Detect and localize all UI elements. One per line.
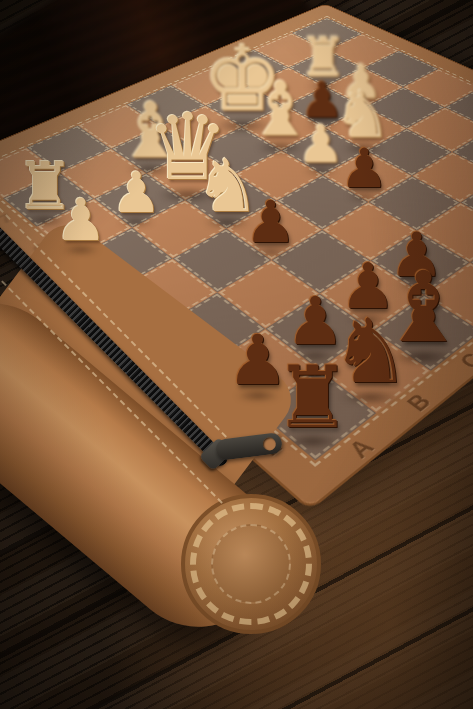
file-label-C: C	[454, 349, 473, 373]
file-label-A: A	[343, 434, 380, 463]
file-label-B: B	[401, 389, 437, 416]
pouch-end-cap	[181, 494, 321, 634]
zipper-pull-hole	[262, 437, 276, 451]
chess-set-photo-scene: ABCDEFGH12345678 ♜♜♝♝♚♛♞♞♟♟♟♟♜♞♝♟♟♟♟♟♟♟	[0, 0, 473, 709]
pouch-cap-center	[211, 524, 291, 604]
